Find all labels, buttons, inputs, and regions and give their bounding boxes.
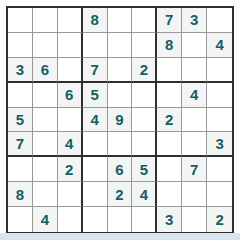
sudoku-cell-r8c4[interactable] xyxy=(83,182,108,207)
sudoku-cell-r7c5[interactable]: 6 xyxy=(108,157,133,182)
sudoku-cell-r1c7[interactable]: 7 xyxy=(157,8,182,33)
sudoku-cell-r1c1[interactable] xyxy=(8,8,33,33)
page-background: 87384367265454927432657824432 xyxy=(0,0,240,240)
sudoku-cell-r4c2[interactable] xyxy=(33,83,58,108)
sudoku-cell-r2c3[interactable] xyxy=(58,33,83,58)
sudoku-cell-r1c3[interactable] xyxy=(58,8,83,33)
sudoku-cell-r4c3[interactable]: 6 xyxy=(58,83,83,108)
sudoku-cell-r7c9[interactable] xyxy=(207,157,232,182)
sudoku-cell-r8c9[interactable] xyxy=(207,182,232,207)
sudoku-cell-r4c1[interactable] xyxy=(8,83,33,108)
sudoku-cell-r7c2[interactable] xyxy=(33,157,58,182)
sudoku-cell-r3c9[interactable] xyxy=(207,58,232,83)
sudoku-cell-r9c7[interactable]: 3 xyxy=(157,207,182,232)
sudoku-cell-r8c2[interactable] xyxy=(33,182,58,207)
sudoku-cell-r5c7[interactable]: 2 xyxy=(157,108,182,133)
sudoku-cell-r6c4[interactable] xyxy=(83,132,108,157)
sudoku-cell-r5c9[interactable] xyxy=(207,108,232,133)
sudoku-cell-r6c3[interactable]: 4 xyxy=(58,132,83,157)
sudoku-cell-r9c2[interactable]: 4 xyxy=(33,207,58,232)
sudoku-cell-r7c8[interactable]: 7 xyxy=(182,157,207,182)
sudoku-cell-r9c4[interactable] xyxy=(83,207,108,232)
sudoku-cell-r1c2[interactable] xyxy=(33,8,58,33)
sudoku-cell-r9c6[interactable] xyxy=(132,207,157,232)
sudoku-cell-r8c1[interactable]: 8 xyxy=(8,182,33,207)
sudoku-cell-r1c4[interactable]: 8 xyxy=(83,8,108,33)
sudoku-cell-r5c8[interactable] xyxy=(182,108,207,133)
sudoku-cell-r1c5[interactable] xyxy=(108,8,133,33)
sudoku-cell-r5c5[interactable]: 9 xyxy=(108,108,133,133)
sudoku-cell-r9c3[interactable] xyxy=(58,207,83,232)
sudoku-cell-r4c8[interactable]: 4 xyxy=(182,83,207,108)
sudoku-cell-r3c2[interactable]: 6 xyxy=(33,58,58,83)
sudoku-cell-r6c8[interactable] xyxy=(182,132,207,157)
sudoku-cell-r8c7[interactable] xyxy=(157,182,182,207)
sudoku-cell-r9c5[interactable] xyxy=(108,207,133,232)
sudoku-cell-r6c5[interactable] xyxy=(108,132,133,157)
sudoku-cell-r7c7[interactable] xyxy=(157,157,182,182)
sudoku-cell-r7c4[interactable] xyxy=(83,157,108,182)
sudoku-cell-r6c9[interactable]: 3 xyxy=(207,132,232,157)
sudoku-cell-r4c7[interactable] xyxy=(157,83,182,108)
sudoku-cell-r6c2[interactable] xyxy=(33,132,58,157)
sudoku-cell-r7c1[interactable] xyxy=(8,157,33,182)
sudoku-cell-r4c9[interactable] xyxy=(207,83,232,108)
sudoku-board: 87384367265454927432657824432 xyxy=(6,6,234,234)
sudoku-cell-r2c2[interactable] xyxy=(33,33,58,58)
sudoku-cell-r5c3[interactable] xyxy=(58,108,83,133)
sudoku-cell-r3c4[interactable]: 7 xyxy=(83,58,108,83)
sudoku-cell-r8c6[interactable]: 4 xyxy=(132,182,157,207)
bottom-strip xyxy=(0,233,240,240)
sudoku-cell-r3c3[interactable] xyxy=(58,58,83,83)
sudoku-cell-r9c9[interactable]: 2 xyxy=(207,207,232,232)
sudoku-cell-r4c5[interactable] xyxy=(108,83,133,108)
sudoku-cell-r7c6[interactable]: 5 xyxy=(132,157,157,182)
sudoku-cell-r1c6[interactable] xyxy=(132,8,157,33)
sudoku-cell-r3c6[interactable]: 2 xyxy=(132,58,157,83)
sudoku-cell-r2c1[interactable] xyxy=(8,33,33,58)
sudoku-cell-r3c5[interactable] xyxy=(108,58,133,83)
sudoku-cell-r1c8[interactable]: 3 xyxy=(182,8,207,33)
sudoku-cell-r6c1[interactable]: 7 xyxy=(8,132,33,157)
sudoku-cell-r2c4[interactable] xyxy=(83,33,108,58)
sudoku-cell-r9c1[interactable] xyxy=(8,207,33,232)
sudoku-cell-r2c8[interactable] xyxy=(182,33,207,58)
sudoku-cell-r6c7[interactable] xyxy=(157,132,182,157)
sudoku-cell-r8c3[interactable] xyxy=(58,182,83,207)
sudoku-cell-r9c8[interactable] xyxy=(182,207,207,232)
sudoku-cell-r4c4[interactable]: 5 xyxy=(83,83,108,108)
sudoku-cell-r4c6[interactable] xyxy=(132,83,157,108)
sudoku-cell-r1c9[interactable] xyxy=(207,8,232,33)
sudoku-cell-r5c4[interactable]: 4 xyxy=(83,108,108,133)
sudoku-cell-r5c6[interactable] xyxy=(132,108,157,133)
sudoku-cell-r7c3[interactable]: 2 xyxy=(58,157,83,182)
sudoku-cell-r5c1[interactable]: 5 xyxy=(8,108,33,133)
sudoku-cell-r5c2[interactable] xyxy=(33,108,58,133)
sudoku-cell-r3c8[interactable] xyxy=(182,58,207,83)
sudoku-cell-r2c7[interactable]: 8 xyxy=(157,33,182,58)
sudoku-cell-r2c6[interactable] xyxy=(132,33,157,58)
sudoku-cell-r8c8[interactable] xyxy=(182,182,207,207)
sudoku-cell-r8c5[interactable]: 2 xyxy=(108,182,133,207)
sudoku-cell-r3c1[interactable]: 3 xyxy=(8,58,33,83)
sudoku-cell-r3c7[interactable] xyxy=(157,58,182,83)
sudoku-cell-r2c5[interactable] xyxy=(108,33,133,58)
sudoku-cell-r2c9[interactable]: 4 xyxy=(207,33,232,58)
sudoku-cell-r6c6[interactable] xyxy=(132,132,157,157)
